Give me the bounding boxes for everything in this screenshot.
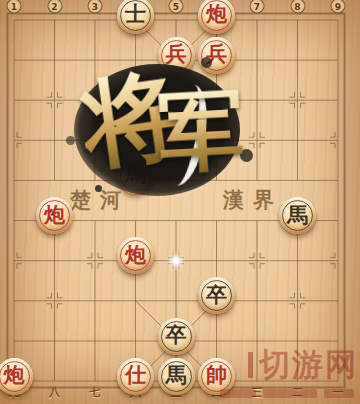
piece-glyph: 馬: [287, 201, 308, 229]
piece-black-士-c4r0[interactable]: 士: [117, 0, 154, 34]
piece-glyph: 卒: [206, 281, 227, 309]
piece-red-帥-c6r9[interactable]: 帥: [198, 358, 235, 395]
piece-red-仕-c4r9[interactable]: 仕: [117, 358, 154, 395]
piece-red-兵-c6r1[interactable]: 兵: [198, 37, 235, 74]
piece-glyph: 馬: [125, 160, 146, 188]
file-label-bottom-3: 七: [90, 385, 101, 400]
piece-glyph: 兵: [206, 40, 227, 68]
file-label-bottom-8: 二: [292, 385, 303, 400]
piece-glyph: 炮: [206, 0, 227, 28]
last-move-sparkle-icon: ✦: [166, 251, 186, 271]
piece-glyph: 馬: [166, 361, 187, 389]
piece-black-将-c4r2[interactable]: 将: [117, 77, 154, 114]
xiangqi-board: 123456789 九八七六五四三二一 楚河 漢界 士炮兵兵将馬炮馬炮卒卒炮仕馬…: [0, 0, 360, 404]
piece-glyph: 将: [125, 80, 146, 108]
piece-black-馬-c5r9[interactable]: 馬: [158, 358, 195, 395]
piece-red-炮-c1r9[interactable]: 炮: [0, 358, 33, 395]
piece-glyph: 帥: [206, 361, 227, 389]
piece-glyph: 仕: [125, 361, 146, 389]
piece-glyph: 兵: [166, 40, 187, 68]
piece-red-炮-c4r6[interactable]: 炮: [117, 237, 154, 274]
file-label-bottom-2: 八: [49, 385, 60, 400]
file-label-bottom-7: 三: [252, 385, 263, 400]
piece-glyph: 炮: [4, 361, 25, 389]
piece-glyph: 炮: [125, 241, 146, 269]
piece-glyph: 卒: [166, 321, 187, 349]
river-label-right: 漢界: [223, 186, 283, 214]
piece-black-卒-c5r8[interactable]: 卒: [158, 318, 195, 355]
piece-black-馬-c8r5[interactable]: 馬: [279, 197, 316, 234]
river-label-left: 楚河: [70, 186, 130, 214]
piece-red-兵-c5r1[interactable]: 兵: [158, 37, 195, 74]
piece-red-炮-c6r0[interactable]: 炮: [198, 0, 235, 34]
piece-glyph: 士: [125, 0, 146, 28]
file-label-bottom-9: 一: [333, 385, 344, 400]
piece-red-馬-c4r4[interactable]: 馬: [117, 157, 154, 194]
piece-glyph: 炮: [44, 201, 65, 229]
piece-red-炮-c2r5[interactable]: 炮: [36, 197, 73, 234]
